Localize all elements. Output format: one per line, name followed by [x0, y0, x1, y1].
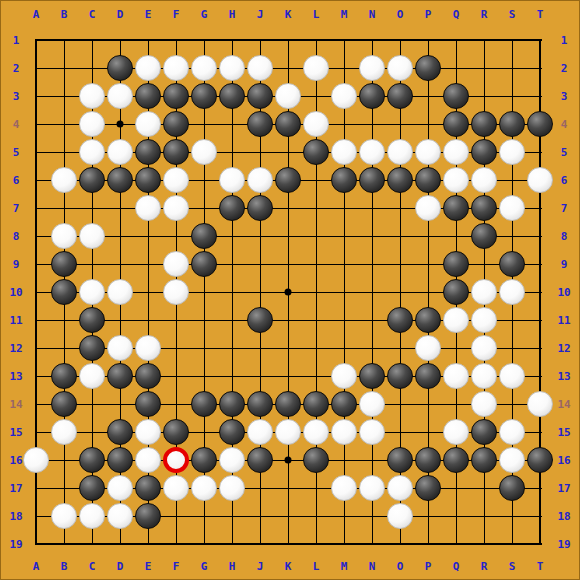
white-stone[interactable]	[359, 391, 385, 417]
black-stone[interactable]	[499, 111, 525, 137]
coord-label: 9	[13, 259, 20, 270]
white-stone[interactable]	[247, 167, 273, 193]
white-stone[interactable]	[527, 167, 553, 193]
black-stone[interactable]	[51, 391, 77, 417]
white-stone[interactable]	[443, 139, 469, 165]
coord-label: H	[229, 561, 236, 572]
white-stone[interactable]	[471, 363, 497, 389]
coord-label: 16	[9, 455, 22, 466]
coord-label: R	[481, 9, 488, 20]
coord-label: P	[425, 561, 432, 572]
coord-label: G	[201, 561, 208, 572]
black-stone[interactable]	[331, 391, 357, 417]
coord-label: G	[201, 9, 208, 20]
white-stone[interactable]	[499, 363, 525, 389]
black-stone[interactable]	[331, 167, 357, 193]
coord-label: 11	[557, 315, 570, 326]
white-stone[interactable]	[303, 419, 329, 445]
black-stone[interactable]	[219, 195, 245, 221]
black-stone[interactable]	[135, 363, 161, 389]
black-stone[interactable]	[303, 139, 329, 165]
coord-label: F	[173, 561, 180, 572]
white-stone[interactable]	[275, 83, 301, 109]
coord-label: P	[425, 9, 432, 20]
black-stone[interactable]	[443, 83, 469, 109]
coord-label: J	[257, 9, 264, 20]
black-stone[interactable]	[107, 447, 133, 473]
black-stone[interactable]	[107, 167, 133, 193]
white-stone[interactable]	[79, 363, 105, 389]
black-stone[interactable]	[107, 363, 133, 389]
grid-line-horizontal	[35, 543, 542, 545]
black-stone[interactable]	[471, 195, 497, 221]
coord-label: 2	[13, 63, 20, 74]
black-stone[interactable]	[443, 447, 469, 473]
coord-label: 1	[561, 35, 568, 46]
coord-label: D	[117, 9, 124, 20]
coord-label: T	[537, 561, 544, 572]
white-stone[interactable]	[359, 419, 385, 445]
black-stone[interactable]	[191, 447, 217, 473]
coord-label: Q	[453, 561, 460, 572]
white-stone[interactable]	[79, 139, 105, 165]
black-stone[interactable]	[275, 167, 301, 193]
white-stone[interactable]	[415, 139, 441, 165]
white-stone[interactable]	[163, 279, 189, 305]
coord-label: C	[89, 9, 96, 20]
black-stone[interactable]	[79, 307, 105, 333]
black-stone[interactable]	[303, 447, 329, 473]
white-stone[interactable]	[191, 139, 217, 165]
white-stone[interactable]	[219, 475, 245, 501]
white-stone[interactable]	[527, 391, 553, 417]
coord-label: 5	[13, 147, 20, 158]
white-stone[interactable]	[247, 55, 273, 81]
white-stone[interactable]	[499, 447, 525, 473]
coord-label: M	[341, 561, 348, 572]
coord-label: 15	[557, 427, 570, 438]
white-stone[interactable]	[499, 139, 525, 165]
black-stone[interactable]	[415, 475, 441, 501]
black-stone[interactable]	[191, 83, 217, 109]
white-stone[interactable]	[471, 307, 497, 333]
coord-label: H	[229, 9, 236, 20]
white-stone[interactable]	[163, 167, 189, 193]
coord-label: 18	[9, 511, 22, 522]
white-stone[interactable]	[107, 83, 133, 109]
coord-label: B	[61, 9, 68, 20]
white-stone[interactable]	[135, 447, 161, 473]
coord-label: 10	[9, 287, 22, 298]
coord-label: 6	[561, 175, 568, 186]
black-stone[interactable]	[191, 391, 217, 417]
black-stone[interactable]	[443, 111, 469, 137]
coord-label: T	[537, 9, 544, 20]
black-stone[interactable]	[51, 279, 77, 305]
black-stone[interactable]	[387, 307, 413, 333]
white-stone[interactable]	[415, 195, 441, 221]
white-stone[interactable]	[107, 475, 133, 501]
white-stone[interactable]	[219, 167, 245, 193]
star-point	[285, 289, 292, 296]
black-stone[interactable]	[359, 363, 385, 389]
white-stone[interactable]	[499, 419, 525, 445]
coord-label: L	[313, 561, 320, 572]
black-stone[interactable]	[499, 475, 525, 501]
white-stone[interactable]	[359, 475, 385, 501]
white-stone[interactable]	[387, 503, 413, 529]
black-stone[interactable]	[51, 363, 77, 389]
coord-label: J	[257, 561, 264, 572]
white-stone[interactable]	[51, 503, 77, 529]
coord-label: 8	[13, 231, 20, 242]
grid-line-vertical	[344, 40, 345, 545]
coord-label: O	[397, 9, 404, 20]
white-stone[interactable]	[331, 475, 357, 501]
coord-label: 5	[561, 147, 568, 158]
coord-label: 18	[557, 511, 570, 522]
black-stone[interactable]	[107, 55, 133, 81]
black-stone[interactable]	[191, 223, 217, 249]
black-stone[interactable]	[443, 251, 469, 277]
coord-label: 7	[561, 203, 568, 214]
white-stone[interactable]	[107, 335, 133, 361]
coord-label: 19	[557, 539, 570, 550]
black-stone[interactable]	[247, 391, 273, 417]
black-stone[interactable]	[471, 139, 497, 165]
black-stone[interactable]	[387, 447, 413, 473]
white-stone[interactable]	[331, 83, 357, 109]
black-stone[interactable]	[135, 391, 161, 417]
white-stone[interactable]	[499, 195, 525, 221]
white-stone[interactable]	[79, 279, 105, 305]
goban[interactable]: AABBCCDDEEFFGGHHJJKKLLMMNNOOPPQQRRSSTT11…	[0, 0, 580, 580]
black-stone[interactable]	[79, 335, 105, 361]
white-stone[interactable]	[135, 111, 161, 137]
black-stone[interactable]	[527, 447, 553, 473]
coord-label: Q	[453, 9, 460, 20]
black-stone[interactable]	[79, 475, 105, 501]
white-stone[interactable]	[135, 419, 161, 445]
white-stone[interactable]	[79, 223, 105, 249]
black-stone[interactable]	[303, 391, 329, 417]
black-stone[interactable]	[219, 83, 245, 109]
black-stone[interactable]	[163, 111, 189, 137]
black-stone[interactable]	[471, 223, 497, 249]
white-stone[interactable]	[163, 195, 189, 221]
white-stone[interactable]	[219, 55, 245, 81]
coord-label: N	[369, 561, 376, 572]
white-stone[interactable]	[79, 503, 105, 529]
coord-label: 6	[13, 175, 20, 186]
black-stone[interactable]	[415, 167, 441, 193]
black-stone[interactable]	[359, 83, 385, 109]
black-stone[interactable]	[163, 83, 189, 109]
white-stone[interactable]	[135, 195, 161, 221]
coord-label: 12	[9, 343, 22, 354]
white-stone[interactable]	[107, 279, 133, 305]
coord-label: 17	[9, 483, 22, 494]
black-stone[interactable]	[443, 195, 469, 221]
white-stone[interactable]	[135, 55, 161, 81]
white-stone[interactable]	[443, 307, 469, 333]
coord-label: K	[285, 9, 292, 20]
black-stone[interactable]	[527, 111, 553, 137]
white-stone[interactable]	[79, 111, 105, 137]
coord-label: 4	[13, 119, 20, 130]
white-stone[interactable]	[387, 475, 413, 501]
coord-label: O	[397, 561, 404, 572]
black-stone[interactable]	[163, 419, 189, 445]
white-stone[interactable]	[443, 363, 469, 389]
black-stone[interactable]	[415, 363, 441, 389]
black-stone[interactable]	[247, 447, 273, 473]
white-stone[interactable]	[443, 167, 469, 193]
black-stone[interactable]	[219, 391, 245, 417]
coord-label: 14	[557, 399, 570, 410]
white-stone[interactable]	[387, 55, 413, 81]
coord-label: 11	[9, 315, 22, 326]
white-stone[interactable]	[79, 83, 105, 109]
black-stone[interactable]	[247, 111, 273, 137]
white-stone[interactable]	[331, 139, 357, 165]
coord-label: R	[481, 561, 488, 572]
white-stone[interactable]	[359, 139, 385, 165]
white-stone[interactable]	[303, 111, 329, 137]
white-stone[interactable]	[23, 447, 49, 473]
coord-label: 14	[9, 399, 22, 410]
star-point	[117, 121, 124, 128]
black-stone[interactable]	[135, 167, 161, 193]
black-stone[interactable]	[471, 447, 497, 473]
grid-line-vertical	[372, 40, 373, 545]
black-stone[interactable]	[415, 307, 441, 333]
coord-label: E	[145, 561, 152, 572]
black-stone[interactable]	[471, 111, 497, 137]
black-stone[interactable]	[163, 139, 189, 165]
coord-label: 1	[13, 35, 20, 46]
white-stone-last-move[interactable]	[163, 447, 189, 473]
coord-label: S	[509, 561, 516, 572]
white-stone[interactable]	[471, 279, 497, 305]
white-stone[interactable]	[415, 335, 441, 361]
coord-label: N	[369, 9, 376, 20]
black-stone[interactable]	[387, 363, 413, 389]
coord-label: 12	[557, 343, 570, 354]
black-stone[interactable]	[359, 167, 385, 193]
white-stone[interactable]	[107, 139, 133, 165]
white-stone[interactable]	[443, 419, 469, 445]
black-stone[interactable]	[247, 307, 273, 333]
coord-label: 15	[9, 427, 22, 438]
coord-label: 17	[557, 483, 570, 494]
black-stone[interactable]	[415, 447, 441, 473]
white-stone[interactable]	[387, 139, 413, 165]
white-stone[interactable]	[303, 55, 329, 81]
coord-label: 8	[561, 231, 568, 242]
white-stone[interactable]	[191, 475, 217, 501]
coord-label: 9	[561, 259, 568, 270]
black-stone[interactable]	[79, 167, 105, 193]
coord-label: F	[173, 9, 180, 20]
coord-label: E	[145, 9, 152, 20]
white-stone[interactable]	[331, 419, 357, 445]
white-stone[interactable]	[51, 419, 77, 445]
white-stone[interactable]	[219, 447, 245, 473]
white-stone[interactable]	[471, 167, 497, 193]
coord-label: 16	[557, 455, 570, 466]
black-stone[interactable]	[275, 391, 301, 417]
black-stone[interactable]	[51, 251, 77, 277]
coord-label: 13	[9, 371, 22, 382]
white-stone[interactable]	[163, 475, 189, 501]
black-stone[interactable]	[275, 111, 301, 137]
coord-label: M	[341, 9, 348, 20]
black-stone[interactable]	[219, 419, 245, 445]
coord-label: 7	[13, 203, 20, 214]
coord-label: 3	[561, 91, 568, 102]
white-stone[interactable]	[51, 167, 77, 193]
white-stone[interactable]	[107, 503, 133, 529]
white-stone[interactable]	[359, 55, 385, 81]
coord-label: C	[89, 561, 96, 572]
black-stone[interactable]	[387, 167, 413, 193]
coord-label: 19	[9, 539, 22, 550]
white-stone[interactable]	[471, 391, 497, 417]
coord-label: B	[61, 561, 68, 572]
coord-label: 2	[561, 63, 568, 74]
coord-label: D	[117, 561, 124, 572]
black-stone[interactable]	[247, 83, 273, 109]
coord-label: 3	[13, 91, 20, 102]
black-stone[interactable]	[135, 475, 161, 501]
black-stone[interactable]	[135, 503, 161, 529]
coord-label: K	[285, 561, 292, 572]
black-stone[interactable]	[387, 83, 413, 109]
white-stone[interactable]	[135, 335, 161, 361]
white-stone[interactable]	[191, 55, 217, 81]
coord-label: 13	[557, 371, 570, 382]
black-stone[interactable]	[471, 419, 497, 445]
black-stone[interactable]	[191, 251, 217, 277]
coord-label: L	[313, 9, 320, 20]
coord-label: A	[33, 561, 40, 572]
black-stone[interactable]	[135, 83, 161, 109]
white-stone[interactable]	[331, 363, 357, 389]
white-stone[interactable]	[275, 419, 301, 445]
coord-label: 4	[561, 119, 568, 130]
coord-label: 10	[557, 287, 570, 298]
white-stone[interactable]	[499, 279, 525, 305]
coord-label: A	[33, 9, 40, 20]
white-stone[interactable]	[163, 251, 189, 277]
black-stone[interactable]	[135, 139, 161, 165]
white-stone[interactable]	[163, 55, 189, 81]
black-stone[interactable]	[107, 419, 133, 445]
black-stone[interactable]	[443, 279, 469, 305]
white-stone[interactable]	[247, 419, 273, 445]
star-point	[285, 457, 292, 464]
coord-label: S	[509, 9, 516, 20]
white-stone[interactable]	[51, 223, 77, 249]
black-stone[interactable]	[247, 195, 273, 221]
black-stone[interactable]	[79, 447, 105, 473]
black-stone[interactable]	[499, 251, 525, 277]
black-stone[interactable]	[415, 55, 441, 81]
white-stone[interactable]	[471, 335, 497, 361]
